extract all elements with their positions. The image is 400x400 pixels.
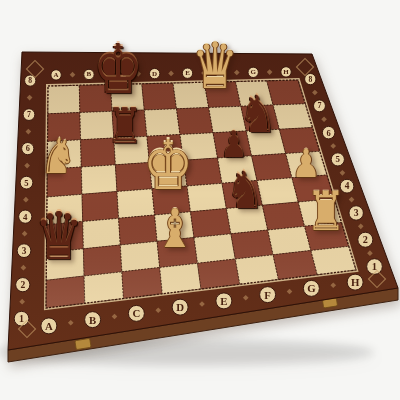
svg-text:5: 5: [336, 154, 341, 164]
piece-black-rook-c6[interactable]: ♜: [107, 101, 143, 150]
chess-set-photo: AA88BB77CC66DD55EE44FF33GG22HH11 ♚♛♜♞♞♟♟…: [0, 0, 400, 400]
file-label-bottom-G: G: [303, 280, 319, 296]
svg-text:F: F: [264, 289, 271, 301]
svg-text:E: E: [220, 295, 227, 307]
piece-white-bishop-d2[interactable]: ♝: [155, 202, 194, 256]
rank-label-right-8: 8: [305, 73, 316, 84]
rank-label-right-6: 6: [322, 126, 335, 139]
svg-text:5: 5: [24, 178, 28, 188]
piece-black-queen-a2[interactable]: ♛: [35, 204, 83, 270]
svg-text:7: 7: [317, 101, 321, 110]
file-label-bottom-A: A: [41, 318, 57, 334]
brass-clasp: [75, 338, 91, 349]
svg-text:E: E: [185, 69, 190, 77]
svg-text:C: C: [132, 307, 140, 319]
piece-white-knight-a5[interactable]: ♞: [40, 131, 76, 180]
svg-text:8: 8: [308, 75, 312, 84]
piece-black-king-c8[interactable]: ♚: [93, 35, 143, 103]
svg-text:D: D: [176, 301, 184, 313]
file-label-top-D: D: [149, 68, 159, 78]
file-label-bottom-F: F: [260, 287, 276, 303]
file-label-bottom-B: B: [85, 312, 101, 328]
rank-label-left-4: 4: [19, 210, 32, 223]
svg-text:2: 2: [20, 279, 25, 290]
file-label-bottom-E: E: [216, 293, 232, 309]
rank-label-left-6: 6: [22, 142, 34, 154]
rank-label-left-5: 5: [20, 176, 33, 189]
svg-text:D: D: [152, 70, 157, 78]
rank-label-left-3: 3: [17, 244, 31, 258]
piece-white-queen-f8[interactable]: ♛: [192, 34, 239, 97]
svg-text:1: 1: [19, 313, 24, 324]
piece-white-rook-h2[interactable]: ♜: [306, 185, 345, 239]
svg-text:H: H: [351, 276, 360, 288]
file-label-bottom-H: H: [347, 274, 363, 290]
piece-black-pawn-f5[interactable]: ♟: [221, 126, 248, 163]
file-label-top-G: G: [248, 67, 258, 77]
rank-label-right-1: 1: [367, 259, 383, 275]
rank-label-right-5: 5: [331, 153, 344, 166]
svg-text:G: G: [307, 282, 316, 294]
svg-text:A: A: [54, 71, 59, 79]
rank-label-left-2: 2: [16, 278, 30, 292]
piece-white-king-d4[interactable]: ♚: [143, 131, 193, 199]
piece-white-pawn-h4[interactable]: ♟: [292, 144, 321, 183]
svg-text:2: 2: [363, 234, 368, 245]
rank-label-right-2: 2: [358, 232, 373, 247]
rank-label-left-7: 7: [23, 109, 35, 121]
svg-text:H: H: [283, 68, 289, 76]
file-label-top-H: H: [281, 67, 291, 77]
svg-text:B: B: [89, 314, 96, 326]
svg-text:7: 7: [27, 110, 31, 119]
rank-label-left-1: 1: [14, 311, 29, 326]
rank-label-right-3: 3: [349, 206, 363, 220]
rank-label-right-7: 7: [313, 100, 325, 112]
svg-text:8: 8: [28, 76, 32, 85]
svg-text:4: 4: [23, 212, 28, 222]
file-label-top-A: A: [51, 70, 61, 80]
file-label-bottom-D: D: [172, 299, 188, 315]
svg-text:3: 3: [354, 207, 359, 218]
file-label-bottom-C: C: [128, 305, 144, 321]
svg-text:3: 3: [22, 246, 27, 256]
svg-text:6: 6: [26, 144, 30, 153]
piece-black-knight-f3[interactable]: ♞: [226, 165, 264, 216]
svg-text:6: 6: [327, 128, 331, 138]
svg-text:G: G: [250, 68, 256, 76]
svg-text:A: A: [45, 320, 53, 332]
svg-text:B: B: [87, 70, 92, 78]
